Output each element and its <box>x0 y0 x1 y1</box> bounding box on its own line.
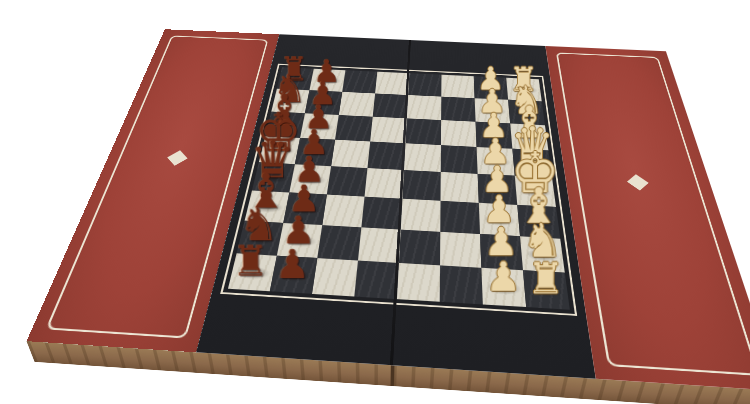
square-e3[interactable] <box>441 145 478 174</box>
square-a8[interactable]: ♜ <box>228 253 277 291</box>
square-d3[interactable] <box>441 172 479 203</box>
square-c4[interactable] <box>401 199 441 232</box>
square-a2[interactable]: ♟ <box>481 268 526 307</box>
square-a1[interactable]: ♜ <box>523 270 570 309</box>
square-a7[interactable]: ♟ <box>270 256 317 294</box>
square-e6[interactable] <box>331 140 370 168</box>
square-c6[interactable] <box>322 195 364 228</box>
square-g4[interactable] <box>407 95 441 120</box>
piece-glyph: ♟ <box>276 246 311 284</box>
square-d4[interactable] <box>402 170 440 201</box>
square-c3[interactable] <box>440 201 480 234</box>
square-h6[interactable] <box>342 70 377 93</box>
chess-set-photo: ♜♟♟♜♞♟♟♞♝♟♟♝♚♟♟♛♛♟♟♚♝♟♟♝♞♟♟♞♜♟♟♜ <box>0 0 750 404</box>
square-a5[interactable] <box>354 261 399 300</box>
square-b5[interactable] <box>358 227 401 263</box>
square-f6[interactable] <box>335 115 373 141</box>
square-b4[interactable] <box>399 230 440 266</box>
square-f5[interactable] <box>370 117 407 144</box>
square-f3[interactable] <box>441 120 477 147</box>
square-g3[interactable] <box>441 97 475 122</box>
square-g5[interactable] <box>373 93 408 118</box>
square-g6[interactable] <box>339 92 375 117</box>
square-d5[interactable] <box>365 168 404 199</box>
square-a6[interactable] <box>312 258 358 296</box>
square-c5[interactable] <box>361 197 402 230</box>
piece-glyph: ♜ <box>528 258 565 299</box>
chess-board: ♜♟♟♜♞♟♟♞♝♟♟♝♚♟♟♛♛♟♟♚♝♟♟♝♞♟♟♞♜♟♟♜ <box>27 29 750 391</box>
fold-seam-notch <box>391 365 395 386</box>
square-h5[interactable] <box>375 72 409 95</box>
piece-glyph: ♜ <box>233 241 270 281</box>
piece-glyph: ♟ <box>486 258 521 296</box>
square-a4[interactable] <box>397 263 440 302</box>
square-f4[interactable] <box>405 118 441 145</box>
square-a3[interactable] <box>440 265 483 304</box>
square-h3[interactable] <box>441 75 474 99</box>
square-d6[interactable] <box>327 166 368 196</box>
squares-grid: ♜♟♟♜♞♟♟♞♝♟♟♝♚♟♟♛♛♟♟♚♝♟♟♝♞♟♟♞♜♟♟♜ <box>228 67 570 309</box>
